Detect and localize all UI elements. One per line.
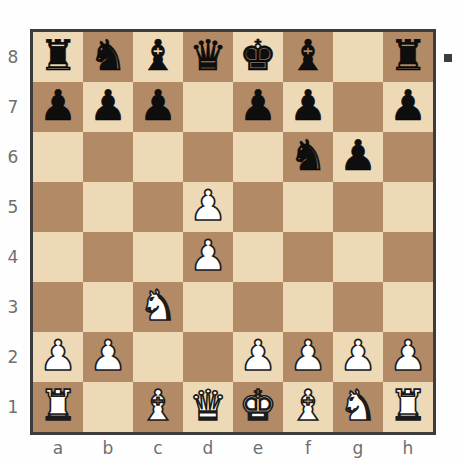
piece-white-pawn[interactable]: ♟ (189, 181, 227, 231)
square-d3[interactable] (183, 282, 233, 332)
square-g3[interactable] (333, 282, 383, 332)
square-f3[interactable] (283, 282, 333, 332)
square-d5[interactable]: ♟ (183, 182, 233, 232)
board-grid: ♜♞♝♛♚♝♜♟♟♟♟♟♟♞♟♟♟♞♟♟♟♟♟♟♜♝♛♚♝♞♜ (33, 32, 433, 432)
piece-white-queen[interactable]: ♛ (189, 381, 227, 431)
square-f5[interactable] (283, 182, 333, 232)
piece-white-bishop[interactable]: ♝ (289, 381, 327, 431)
square-g8[interactable] (333, 32, 383, 82)
piece-black-rook[interactable]: ♜ (389, 31, 427, 81)
piece-white-pawn[interactable]: ♟ (89, 331, 127, 381)
file-label-b: b (83, 435, 133, 461)
square-e5[interactable] (233, 182, 283, 232)
piece-white-pawn[interactable]: ♟ (239, 331, 277, 381)
piece-black-pawn[interactable]: ♟ (239, 81, 277, 131)
piece-white-bishop[interactable]: ♝ (139, 381, 177, 431)
square-b8[interactable]: ♞ (83, 32, 133, 82)
piece-white-king[interactable]: ♚ (239, 381, 277, 431)
file-label-g: g (333, 435, 383, 461)
file-label-a: a (33, 435, 83, 461)
square-g7[interactable] (333, 82, 383, 132)
piece-white-pawn[interactable]: ♟ (39, 331, 77, 381)
square-e3[interactable] (233, 282, 283, 332)
square-f2[interactable]: ♟ (283, 332, 333, 382)
file-label-h: h (383, 435, 433, 461)
square-h5[interactable] (383, 182, 433, 232)
square-f7[interactable]: ♟ (283, 82, 333, 132)
piece-white-pawn[interactable]: ♟ (289, 331, 327, 381)
piece-black-queen[interactable]: ♛ (189, 31, 227, 81)
piece-black-pawn[interactable]: ♟ (139, 81, 177, 131)
square-g4[interactable] (333, 232, 383, 282)
rank-label-5: 5 (0, 182, 26, 232)
square-e6[interactable] (233, 132, 283, 182)
piece-black-bishop[interactable]: ♝ (139, 31, 177, 81)
square-g1[interactable]: ♞ (333, 382, 383, 432)
square-f4[interactable] (283, 232, 333, 282)
piece-white-pawn[interactable]: ♟ (389, 331, 427, 381)
piece-black-pawn[interactable]: ♟ (389, 81, 427, 131)
square-a7[interactable]: ♟ (33, 82, 83, 132)
square-a5[interactable] (33, 182, 83, 232)
square-g5[interactable] (333, 182, 383, 232)
piece-black-knight[interactable]: ♞ (289, 131, 327, 181)
square-f8[interactable]: ♝ (283, 32, 333, 82)
file-label-f: f (283, 435, 333, 461)
file-label-c: c (133, 435, 183, 461)
square-d2[interactable] (183, 332, 233, 382)
file-label-e: e (233, 435, 283, 461)
square-a4[interactable] (33, 232, 83, 282)
rank-labels: 8 7 6 5 4 3 2 1 (0, 32, 30, 432)
square-d8[interactable]: ♛ (183, 32, 233, 82)
rank-label-7: 7 (0, 82, 26, 132)
square-b2[interactable]: ♟ (83, 332, 133, 382)
square-a6[interactable] (33, 132, 83, 182)
square-a8[interactable]: ♜ (33, 32, 83, 82)
rank-label-2: 2 (0, 332, 26, 382)
square-h3[interactable] (383, 282, 433, 332)
square-a2[interactable]: ♟ (33, 332, 83, 382)
square-h2[interactable]: ♟ (383, 332, 433, 382)
piece-white-pawn[interactable]: ♟ (339, 331, 377, 381)
square-h1[interactable]: ♜ (383, 382, 433, 432)
square-e8[interactable]: ♚ (233, 32, 283, 82)
rank-label-3: 3 (0, 282, 26, 332)
square-f6[interactable]: ♞ (283, 132, 333, 182)
square-d1[interactable]: ♛ (183, 382, 233, 432)
square-g6[interactable]: ♟ (333, 132, 383, 182)
square-e7[interactable]: ♟ (233, 82, 283, 132)
piece-black-king[interactable]: ♚ (239, 31, 277, 81)
square-h7[interactable]: ♟ (383, 82, 433, 132)
piece-white-knight[interactable]: ♞ (339, 381, 377, 431)
file-label-d: d (183, 435, 233, 461)
piece-black-knight[interactable]: ♞ (89, 31, 127, 81)
square-b5[interactable] (83, 182, 133, 232)
piece-white-pawn[interactable]: ♟ (189, 231, 227, 281)
square-h8[interactable]: ♜ (383, 32, 433, 82)
square-a3[interactable] (33, 282, 83, 332)
piece-white-rook[interactable]: ♜ (39, 381, 77, 431)
rank-label-1: 1 (0, 382, 26, 432)
piece-black-bishop[interactable]: ♝ (289, 31, 327, 81)
square-c1[interactable]: ♝ (133, 382, 183, 432)
piece-black-pawn[interactable]: ♟ (289, 81, 327, 131)
piece-black-pawn[interactable]: ♟ (39, 81, 77, 131)
square-e2[interactable]: ♟ (233, 332, 283, 382)
rank-label-8: 8 (0, 32, 26, 82)
square-d7[interactable] (183, 82, 233, 132)
black-to-move-indicator (444, 54, 452, 62)
square-b4[interactable] (83, 232, 133, 282)
square-c6[interactable] (133, 132, 183, 182)
square-e1[interactable]: ♚ (233, 382, 283, 432)
square-c4[interactable] (133, 232, 183, 282)
square-b6[interactable] (83, 132, 133, 182)
file-labels: a b c d e f g h (33, 435, 433, 461)
square-c8[interactable]: ♝ (133, 32, 183, 82)
chess-board: ♜♞♝♛♚♝♜♟♟♟♟♟♟♞♟♟♟♞♟♟♟♟♟♟♜♝♛♚♝♞♜ (30, 29, 436, 435)
square-a1[interactable]: ♜ (33, 382, 83, 432)
square-c7[interactable]: ♟ (133, 82, 183, 132)
piece-black-pawn[interactable]: ♟ (339, 131, 377, 181)
piece-white-rook[interactable]: ♜ (389, 381, 427, 431)
square-b1[interactable] (83, 382, 133, 432)
square-b3[interactable] (83, 282, 133, 332)
square-c3[interactable]: ♞ (133, 282, 183, 332)
square-f1[interactable]: ♝ (283, 382, 333, 432)
piece-black-rook[interactable]: ♜ (39, 31, 77, 81)
square-b7[interactable]: ♟ (83, 82, 133, 132)
rank-label-6: 6 (0, 132, 26, 182)
square-h6[interactable] (383, 132, 433, 182)
square-d6[interactable] (183, 132, 233, 182)
piece-white-knight[interactable]: ♞ (139, 281, 177, 331)
piece-black-pawn[interactable]: ♟ (89, 81, 127, 131)
square-d4[interactable]: ♟ (183, 232, 233, 282)
square-g2[interactable]: ♟ (333, 332, 383, 382)
square-e4[interactable] (233, 232, 283, 282)
rank-label-4: 4 (0, 232, 26, 282)
square-h4[interactable] (383, 232, 433, 282)
square-c2[interactable] (133, 332, 183, 382)
square-c5[interactable] (133, 182, 183, 232)
